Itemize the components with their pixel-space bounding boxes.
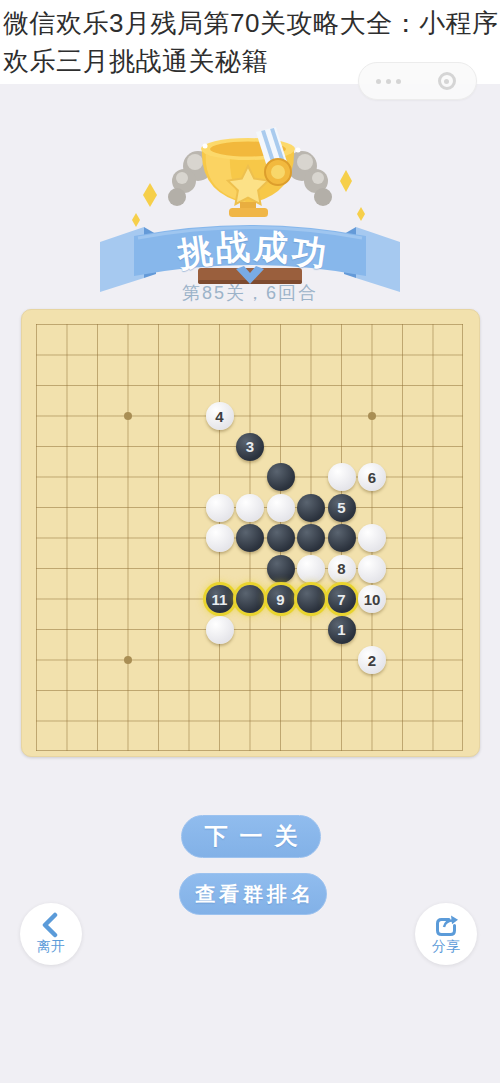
banner-char: 挑 — [175, 228, 215, 278]
level-status: 第85关，6回合 — [0, 281, 500, 305]
minimize-circle-icon — [438, 72, 456, 90]
stone-move-3: 3 — [236, 433, 264, 461]
stone-white — [206, 616, 234, 644]
stone-black — [236, 585, 264, 613]
stone-move-1: 1 — [328, 616, 356, 644]
star-point — [368, 412, 376, 420]
next-level-button[interactable]: 下一关 — [181, 815, 321, 858]
stone-black — [297, 494, 325, 522]
stone-move-9: 9 — [267, 585, 295, 613]
chevron-left-icon — [40, 912, 62, 938]
stone-white — [358, 524, 386, 552]
stone-white — [297, 555, 325, 583]
stone-black — [236, 524, 264, 552]
leave-label: 离开 — [37, 938, 65, 956]
share-button[interactable]: 分享 — [415, 903, 477, 965]
group-rank-button[interactable]: 查看群排名 — [179, 873, 327, 915]
group-rank-label: 查看群排名 — [195, 881, 315, 908]
stone-black — [267, 555, 295, 583]
stone-white — [328, 463, 356, 491]
stone-move-8: 8 — [328, 555, 356, 583]
stone-white — [236, 494, 264, 522]
stone-move-4: 4 — [206, 402, 234, 430]
stone-black — [267, 463, 295, 491]
miniprogram-capsule — [358, 62, 477, 100]
board-grid: 4365811971012 — [36, 324, 463, 751]
stone-move-5: 5 — [328, 494, 356, 522]
stone-white — [267, 494, 295, 522]
stone-move-7: 7 — [328, 585, 356, 613]
banner-char: 成 — [253, 224, 289, 272]
stone-black — [328, 524, 356, 552]
stone-move-2: 2 — [358, 646, 386, 674]
more-dots-icon — [376, 79, 381, 84]
stone-white — [206, 494, 234, 522]
stone-black — [297, 524, 325, 552]
leave-button[interactable]: 离开 — [20, 903, 82, 965]
page: 微信欢乐3月残局第70关攻略大全：小程序 欢乐三月挑战通关秘籍 — [0, 0, 500, 1083]
stone-white — [206, 524, 234, 552]
next-level-label: 下一关 — [205, 821, 310, 852]
stone-white — [358, 555, 386, 583]
stone-move-6: 6 — [358, 463, 386, 491]
article-title-line1: 微信欢乐3月残局第70关攻略大全：小程序 — [3, 4, 497, 42]
banner-char: 功 — [289, 228, 329, 278]
stone-move-10: 10 — [358, 585, 386, 613]
star-point — [124, 412, 132, 420]
stone-black — [297, 585, 325, 613]
share-label: 分享 — [432, 938, 460, 956]
share-icon — [432, 912, 460, 938]
more-button[interactable] — [359, 79, 418, 84]
star-point — [124, 656, 132, 664]
banner-char: 战 — [215, 224, 251, 272]
minimize-button[interactable] — [418, 72, 477, 90]
stone-move-11: 11 — [206, 585, 234, 613]
stone-black — [267, 524, 295, 552]
gomoku-board[interactable]: 4365811971012 — [21, 309, 480, 757]
